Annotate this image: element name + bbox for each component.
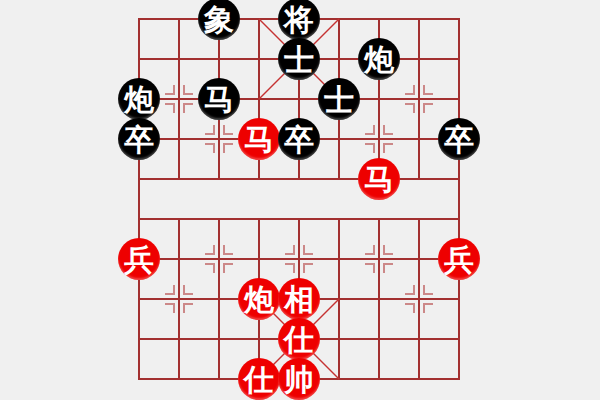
piece-glyph: 马 (244, 125, 274, 155)
xiangqi-board: 象将士炮炮马士卒马卒卒马兵兵炮相仕仕帅 (0, 0, 600, 400)
piece-glyph: 兵 (444, 245, 474, 275)
piece-red-elephant[interactable]: 相 (278, 278, 320, 320)
piece-glyph: 相 (284, 285, 314, 315)
piece-black-elephant[interactable]: 象 (198, 0, 240, 40)
piece-black-cannon[interactable]: 炮 (118, 78, 160, 120)
piece-glyph: 兵 (124, 245, 154, 275)
piece-glyph: 仕 (284, 325, 314, 355)
piece-glyph: 卒 (444, 125, 474, 155)
piece-black-soldier[interactable]: 卒 (118, 118, 160, 160)
piece-glyph: 炮 (244, 285, 274, 315)
piece-glyph: 卒 (124, 125, 154, 155)
piece-red-horse[interactable]: 马 (238, 118, 280, 160)
piece-glyph: 仕 (244, 365, 274, 395)
piece-black-advisor[interactable]: 士 (278, 38, 320, 80)
piece-red-advisor[interactable]: 仕 (278, 318, 320, 360)
piece-layer: 象将士炮炮马士卒马卒卒马兵兵炮相仕仕帅 (119, 0, 479, 399)
piece-red-soldier[interactable]: 兵 (438, 238, 480, 280)
piece-red-advisor[interactable]: 仕 (238, 358, 280, 400)
piece-red-cannon[interactable]: 炮 (238, 278, 280, 320)
piece-glyph: 马 (204, 85, 234, 115)
piece-glyph: 士 (324, 85, 354, 115)
piece-glyph: 卒 (284, 125, 314, 155)
piece-glyph: 士 (284, 45, 314, 75)
piece-glyph: 象 (204, 5, 234, 35)
piece-glyph: 炮 (124, 85, 154, 115)
piece-black-general[interactable]: 将 (278, 0, 320, 40)
piece-red-general[interactable]: 帅 (278, 358, 320, 400)
piece-black-advisor[interactable]: 士 (318, 78, 360, 120)
piece-glyph: 马 (364, 165, 394, 195)
piece-glyph: 将 (284, 5, 314, 35)
piece-red-horse[interactable]: 马 (358, 158, 400, 200)
piece-glyph: 帅 (284, 365, 314, 395)
piece-glyph: 炮 (364, 45, 394, 75)
piece-black-cannon[interactable]: 炮 (358, 38, 400, 80)
piece-black-horse[interactable]: 马 (198, 78, 240, 120)
piece-black-soldier[interactable]: 卒 (278, 118, 320, 160)
xiangqi-app: 象将士炮炮马士卒马卒卒马兵兵炮相仕仕帅 (0, 0, 600, 400)
piece-red-soldier[interactable]: 兵 (118, 238, 160, 280)
piece-black-soldier[interactable]: 卒 (438, 118, 480, 160)
